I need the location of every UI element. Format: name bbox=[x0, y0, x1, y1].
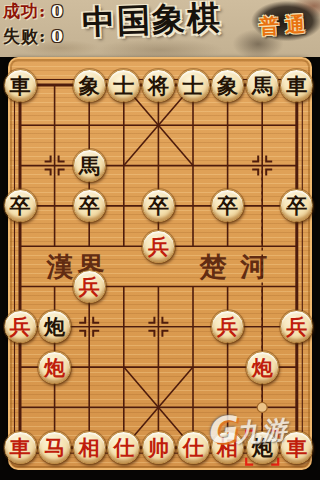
wins-value: 0 bbox=[51, 1, 64, 21]
piece-red-仕-39[interactable]: 仕 bbox=[107, 431, 140, 464]
xiangqi-board[interactable]: 漢界楚河 車象士将士象馬車馬卒卒卒卒卒兵兵兵炮兵兵炮炮車马相仕帅仕相炮車 G九游 bbox=[8, 57, 312, 470]
piece-black-車-00[interactable]: 車 bbox=[4, 69, 37, 102]
losses-value: 0 bbox=[51, 26, 64, 46]
piece-black-馬-22[interactable]: 馬 bbox=[73, 149, 106, 182]
piece-red-炮-17[interactable]: 炮 bbox=[38, 351, 71, 384]
piece-black-卒-43[interactable]: 卒 bbox=[142, 189, 175, 222]
piece-black-卒-23[interactable]: 卒 bbox=[73, 189, 106, 222]
wins-counter: 成功:0 bbox=[3, 0, 64, 22]
piece-black-炮-79[interactable]: 炮 bbox=[246, 431, 279, 464]
piece-red-帅-49[interactable]: 帅 bbox=[142, 431, 175, 464]
wins-label: 成功: bbox=[3, 1, 46, 21]
piece-black-卒-03[interactable]: 卒 bbox=[4, 189, 37, 222]
piece-red-兵-06[interactable]: 兵 bbox=[4, 310, 37, 343]
piece-black-馬-70[interactable]: 馬 bbox=[246, 69, 279, 102]
piece-red-相-69[interactable]: 相 bbox=[211, 431, 244, 464]
piece-black-士-30[interactable]: 士 bbox=[107, 69, 140, 102]
piece-black-士-50[interactable]: 士 bbox=[177, 69, 210, 102]
mode-button[interactable]: 普通 bbox=[251, 6, 315, 43]
piece-red-兵-86[interactable]: 兵 bbox=[280, 310, 313, 343]
piece-red-相-29[interactable]: 相 bbox=[73, 431, 106, 464]
top-bar: 成功:0 失败:0 中国象棋 普通 bbox=[0, 0, 320, 57]
piece-black-将-40[interactable]: 将 bbox=[142, 69, 175, 102]
piece-black-卒-83[interactable]: 卒 bbox=[280, 189, 313, 222]
piece-black-象-60[interactable]: 象 bbox=[211, 69, 244, 102]
piece-black-卒-63[interactable]: 卒 bbox=[211, 189, 244, 222]
piece-red-兵-44[interactable]: 兵 bbox=[142, 230, 175, 263]
piece-black-象-20[interactable]: 象 bbox=[73, 69, 106, 102]
piece-red-車-89[interactable]: 車 bbox=[280, 431, 313, 464]
piece-red-马-19[interactable]: 马 bbox=[38, 431, 71, 464]
piece-red-兵-66[interactable]: 兵 bbox=[211, 310, 244, 343]
app-title: 中国象棋 bbox=[71, 0, 232, 46]
piece-black-炮-16[interactable]: 炮 bbox=[38, 310, 71, 343]
losses-counter: 失败:0 bbox=[3, 25, 64, 47]
piece-red-車-09[interactable]: 車 bbox=[4, 431, 37, 464]
piece-red-仕-59[interactable]: 仕 bbox=[177, 431, 210, 464]
piece-red-兵-25[interactable]: 兵 bbox=[73, 270, 106, 303]
piece-black-車-80[interactable]: 車 bbox=[280, 69, 313, 102]
losses-label: 失败: bbox=[3, 26, 46, 46]
pieces-layer: 車象士将士象馬車馬卒卒卒卒卒兵兵兵炮兵兵炮炮車马相仕帅仕相炮車 bbox=[8, 57, 312, 470]
piece-red-炮-77[interactable]: 炮 bbox=[246, 351, 279, 384]
bottom-strip bbox=[0, 470, 320, 480]
